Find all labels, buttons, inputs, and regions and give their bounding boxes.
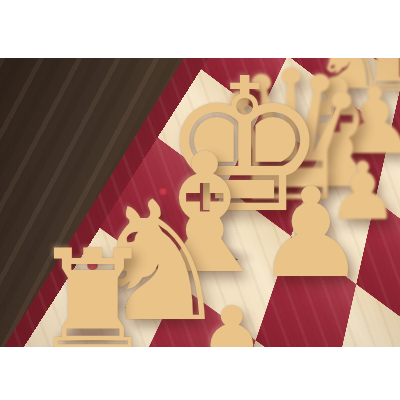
top-white-band bbox=[0, 0, 400, 58]
white-pawn-glyph: ♟ bbox=[170, 290, 294, 347]
white-rook-glyph: ♜ bbox=[31, 232, 155, 347]
screenshot-canvas: ♜♞♝♚♛♝♞♜♟♟♟♟ bbox=[0, 0, 400, 400]
chess-set-photo: ♜♞♝♚♛♝♞♜♟♟♟♟ bbox=[0, 58, 400, 347]
bottom-white-band bbox=[0, 347, 400, 400]
white-pawn-glyph: ♟ bbox=[255, 171, 366, 295]
